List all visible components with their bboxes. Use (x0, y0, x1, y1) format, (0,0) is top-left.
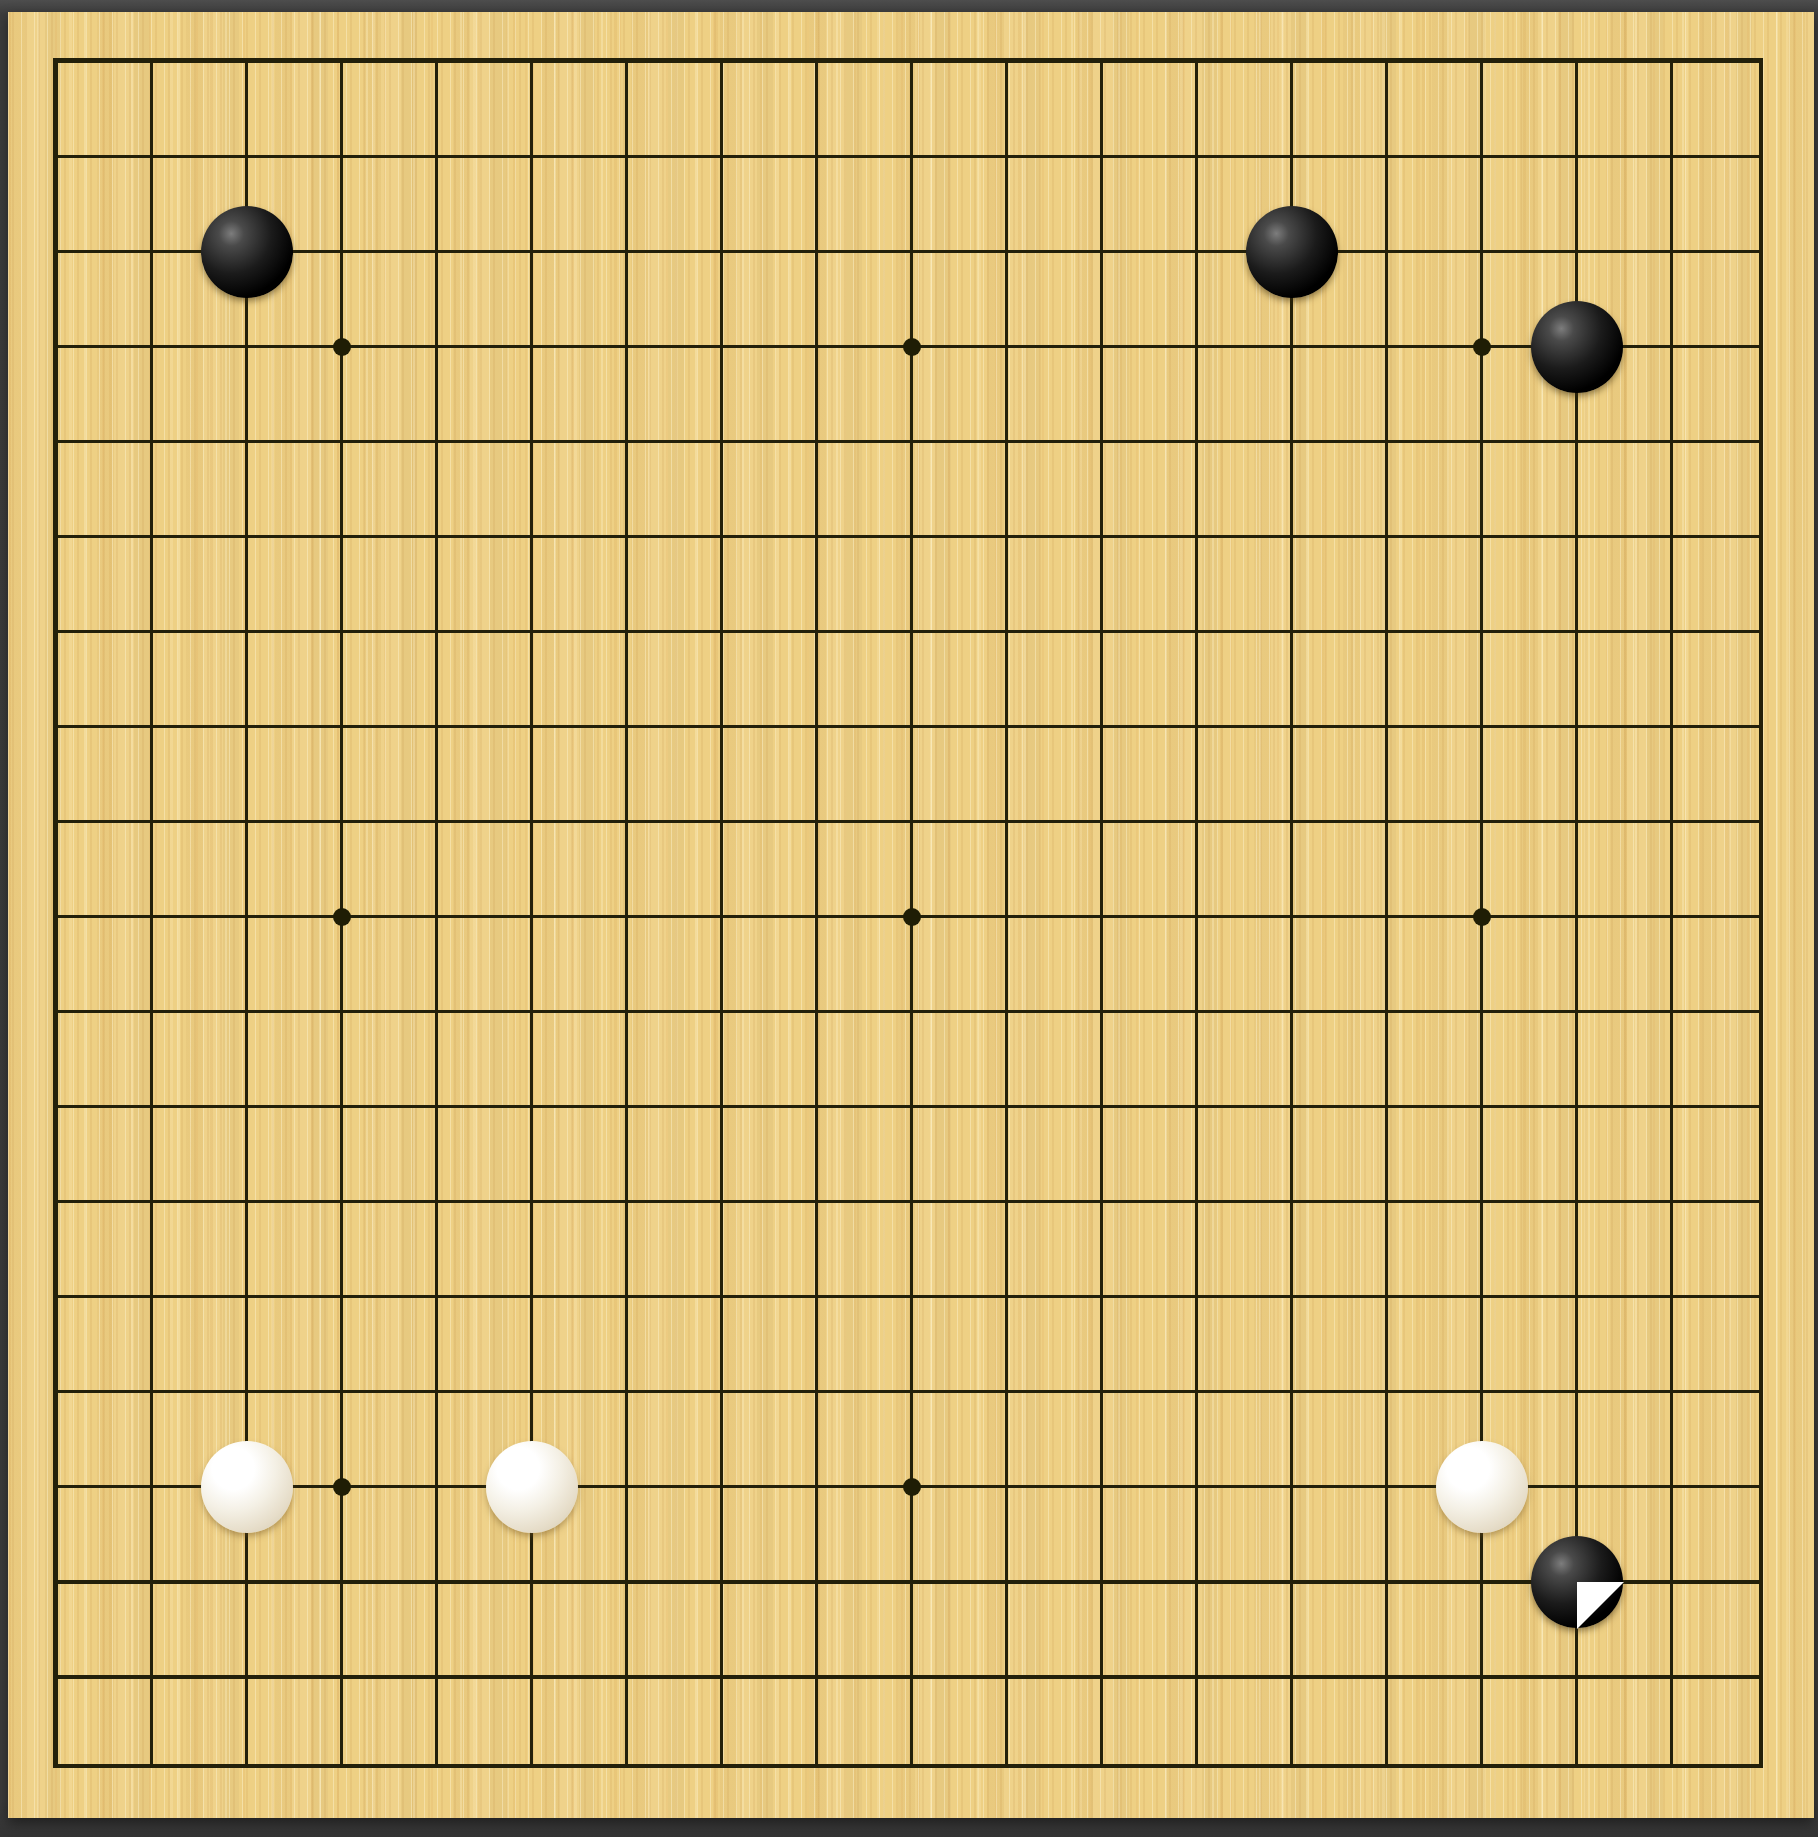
intersection[interactable] (770, 775, 865, 870)
intersection[interactable] (675, 1630, 770, 1725)
intersection[interactable] (10, 1725, 105, 1820)
intersection[interactable] (295, 490, 390, 585)
intersection[interactable] (1530, 300, 1625, 395)
intersection[interactable] (865, 585, 960, 680)
intersection[interactable] (960, 680, 1055, 775)
intersection[interactable] (1720, 490, 1815, 585)
intersection[interactable] (485, 680, 580, 775)
intersection[interactable] (105, 1535, 200, 1630)
intersection[interactable] (390, 15, 485, 110)
intersection[interactable] (1530, 395, 1625, 490)
intersection[interactable] (1530, 965, 1625, 1060)
intersection[interactable] (1625, 1630, 1720, 1725)
intersection[interactable] (1435, 110, 1530, 205)
intersection[interactable] (295, 585, 390, 680)
intersection[interactable] (960, 870, 1055, 965)
intersection[interactable] (485, 775, 580, 870)
intersection[interactable] (105, 775, 200, 870)
intersection[interactable] (485, 1250, 580, 1345)
intersection[interactable] (295, 1725, 390, 1820)
intersection[interactable] (675, 1155, 770, 1250)
intersection[interactable] (105, 1155, 200, 1250)
intersection[interactable] (770, 1345, 865, 1440)
intersection[interactable] (1435, 15, 1530, 110)
intersection[interactable] (960, 1535, 1055, 1630)
intersection[interactable] (960, 1250, 1055, 1345)
intersection[interactable] (770, 490, 865, 585)
intersection[interactable] (1435, 1345, 1530, 1440)
intersection[interactable] (1340, 205, 1435, 300)
intersection[interactable] (1625, 1725, 1720, 1820)
intersection[interactable] (675, 585, 770, 680)
intersection[interactable] (1150, 965, 1245, 1060)
intersection[interactable] (295, 1630, 390, 1725)
intersection[interactable] (1245, 395, 1340, 490)
intersection[interactable] (960, 1155, 1055, 1250)
intersection[interactable] (295, 300, 390, 395)
intersection[interactable] (1055, 1250, 1150, 1345)
intersection[interactable] (295, 1155, 390, 1250)
intersection[interactable] (390, 1630, 485, 1725)
intersection[interactable] (105, 585, 200, 680)
intersection[interactable] (675, 1250, 770, 1345)
intersection[interactable] (1245, 1155, 1340, 1250)
intersection[interactable] (675, 680, 770, 775)
intersection[interactable] (1720, 110, 1815, 205)
intersection[interactable] (1055, 965, 1150, 1060)
intersection[interactable] (1150, 680, 1245, 775)
intersection[interactable] (295, 1345, 390, 1440)
intersection[interactable] (295, 775, 390, 870)
intersection[interactable] (390, 395, 485, 490)
intersection[interactable] (865, 1060, 960, 1155)
intersection[interactable] (105, 490, 200, 585)
intersection[interactable] (200, 15, 295, 110)
intersection[interactable] (10, 490, 105, 585)
intersection[interactable] (485, 965, 580, 1060)
intersection[interactable] (105, 1630, 200, 1725)
intersection[interactable] (1720, 1060, 1815, 1155)
intersection[interactable] (960, 1725, 1055, 1820)
intersection[interactable] (1245, 775, 1340, 870)
intersection[interactable] (200, 1345, 295, 1440)
intersection[interactable] (1625, 1345, 1720, 1440)
intersection[interactable] (1435, 1535, 1530, 1630)
intersection[interactable] (580, 205, 675, 300)
intersection[interactable] (960, 110, 1055, 205)
intersection[interactable] (1245, 1535, 1340, 1630)
intersection[interactable] (865, 1250, 960, 1345)
intersection[interactable] (1435, 1630, 1530, 1725)
intersection[interactable] (295, 15, 390, 110)
intersection[interactable] (1720, 775, 1815, 870)
intersection[interactable] (1055, 1630, 1150, 1725)
intersection[interactable] (105, 1345, 200, 1440)
intersection[interactable] (960, 965, 1055, 1060)
intersection[interactable] (1530, 205, 1625, 300)
intersection[interactable] (770, 1250, 865, 1345)
intersection[interactable] (1720, 680, 1815, 775)
intersection[interactable] (675, 870, 770, 965)
intersection[interactable] (105, 395, 200, 490)
intersection[interactable] (485, 1060, 580, 1155)
intersection[interactable] (865, 300, 960, 395)
intersection[interactable] (1435, 395, 1530, 490)
intersection[interactable] (485, 1155, 580, 1250)
intersection[interactable] (1625, 490, 1720, 585)
intersection[interactable] (10, 110, 105, 205)
intersection[interactable] (580, 395, 675, 490)
intersection[interactable] (1340, 300, 1435, 395)
intersection[interactable] (1245, 205, 1340, 300)
intersection[interactable] (390, 680, 485, 775)
intersection[interactable] (1530, 1630, 1625, 1725)
intersection[interactable] (1150, 15, 1245, 110)
intersection[interactable] (1530, 1725, 1625, 1820)
intersection[interactable] (200, 490, 295, 585)
intersection[interactable] (10, 1345, 105, 1440)
intersection[interactable] (1720, 870, 1815, 965)
intersection[interactable] (1720, 395, 1815, 490)
intersection[interactable] (675, 1060, 770, 1155)
intersection[interactable] (960, 15, 1055, 110)
intersection[interactable] (1435, 680, 1530, 775)
intersection[interactable] (770, 300, 865, 395)
intersection[interactable] (1245, 680, 1340, 775)
intersection[interactable] (1245, 1345, 1340, 1440)
intersection[interactable] (200, 395, 295, 490)
intersection[interactable] (960, 1345, 1055, 1440)
intersection[interactable] (960, 585, 1055, 680)
intersection[interactable] (10, 870, 105, 965)
intersection[interactable] (770, 680, 865, 775)
intersection[interactable] (1340, 110, 1435, 205)
intersection[interactable] (1245, 1060, 1340, 1155)
intersection[interactable] (770, 1155, 865, 1250)
intersection[interactable] (1530, 680, 1625, 775)
intersection[interactable] (1435, 965, 1530, 1060)
intersection[interactable] (580, 585, 675, 680)
intersection[interactable] (485, 1440, 580, 1535)
intersection[interactable] (390, 1535, 485, 1630)
intersection[interactable] (770, 1535, 865, 1630)
intersection[interactable] (960, 1060, 1055, 1155)
intersection[interactable] (580, 15, 675, 110)
intersection[interactable] (580, 490, 675, 585)
intersection[interactable] (675, 15, 770, 110)
intersection[interactable] (10, 395, 105, 490)
intersection[interactable] (1055, 110, 1150, 205)
intersection[interactable] (1150, 490, 1245, 585)
intersection[interactable] (865, 1440, 960, 1535)
intersection[interactable] (1150, 1060, 1245, 1155)
intersection[interactable] (1530, 110, 1625, 205)
intersection[interactable] (1435, 205, 1530, 300)
intersection[interactable] (10, 1155, 105, 1250)
intersection[interactable] (1435, 1060, 1530, 1155)
intersection[interactable] (1150, 870, 1245, 965)
intersection[interactable] (770, 1440, 865, 1535)
intersection[interactable] (1340, 680, 1435, 775)
intersection[interactable] (1720, 1250, 1815, 1345)
intersection[interactable] (1720, 1440, 1815, 1535)
intersection[interactable] (580, 300, 675, 395)
intersection[interactable] (10, 775, 105, 870)
intersection[interactable] (10, 1630, 105, 1725)
intersection[interactable] (1055, 1440, 1150, 1535)
intersection[interactable] (1055, 585, 1150, 680)
intersection[interactable] (580, 775, 675, 870)
intersection[interactable] (200, 680, 295, 775)
intersection[interactable] (200, 585, 295, 680)
intersection[interactable] (1720, 205, 1815, 300)
intersection[interactable] (200, 1440, 295, 1535)
intersection[interactable] (295, 1535, 390, 1630)
intersection[interactable] (1720, 1345, 1815, 1440)
intersection[interactable] (1530, 1060, 1625, 1155)
intersection[interactable] (1245, 1440, 1340, 1535)
intersection[interactable] (770, 1060, 865, 1155)
intersection[interactable] (960, 395, 1055, 490)
intersection[interactable] (675, 1725, 770, 1820)
intersection[interactable] (1530, 1250, 1625, 1345)
intersection[interactable] (1435, 300, 1530, 395)
intersection[interactable] (865, 775, 960, 870)
intersection[interactable] (1245, 1630, 1340, 1725)
intersection[interactable] (1625, 1250, 1720, 1345)
intersection[interactable] (1435, 870, 1530, 965)
intersection[interactable] (1340, 490, 1435, 585)
intersection[interactable] (485, 1630, 580, 1725)
intersection[interactable] (10, 1440, 105, 1535)
intersection[interactable] (200, 110, 295, 205)
intersection[interactable] (1245, 490, 1340, 585)
intersection[interactable] (1340, 965, 1435, 1060)
intersection[interactable] (200, 1250, 295, 1345)
intersection[interactable] (105, 1725, 200, 1820)
intersection[interactable] (770, 1725, 865, 1820)
intersection[interactable] (675, 205, 770, 300)
intersection[interactable] (675, 1535, 770, 1630)
intersection[interactable] (390, 1725, 485, 1820)
intersection[interactable] (580, 965, 675, 1060)
intersection[interactable] (770, 870, 865, 965)
intersection[interactable] (390, 110, 485, 205)
intersection[interactable] (675, 1440, 770, 1535)
intersection[interactable] (1340, 1155, 1435, 1250)
intersection[interactable] (770, 110, 865, 205)
intersection[interactable] (1340, 15, 1435, 110)
intersection[interactable] (390, 1060, 485, 1155)
intersection[interactable] (960, 205, 1055, 300)
intersection[interactable] (1435, 1250, 1530, 1345)
intersection[interactable] (1435, 1725, 1530, 1820)
intersection[interactable] (485, 585, 580, 680)
intersection[interactable] (200, 205, 295, 300)
intersection[interactable] (1530, 490, 1625, 585)
intersection[interactable] (865, 15, 960, 110)
intersection[interactable] (1150, 300, 1245, 395)
intersection[interactable] (1625, 965, 1720, 1060)
intersection[interactable] (10, 680, 105, 775)
intersection[interactable] (1150, 1440, 1245, 1535)
intersection[interactable] (675, 965, 770, 1060)
intersection[interactable] (1530, 15, 1625, 110)
intersection[interactable] (390, 1155, 485, 1250)
intersection[interactable] (675, 300, 770, 395)
intersection[interactable] (390, 1440, 485, 1535)
intersection[interactable] (1340, 1060, 1435, 1155)
intersection[interactable] (390, 1250, 485, 1345)
intersection[interactable] (10, 965, 105, 1060)
intersection[interactable] (1055, 1535, 1150, 1630)
intersection[interactable] (105, 870, 200, 965)
intersection[interactable] (675, 110, 770, 205)
intersection[interactable] (390, 300, 485, 395)
intersection[interactable] (580, 110, 675, 205)
intersection[interactable] (390, 965, 485, 1060)
intersection[interactable] (960, 1630, 1055, 1725)
intersection[interactable] (675, 490, 770, 585)
intersection[interactable] (390, 775, 485, 870)
intersection[interactable] (1720, 965, 1815, 1060)
intersection[interactable] (1150, 1725, 1245, 1820)
intersection[interactable] (1340, 1630, 1435, 1725)
intersection[interactable] (1055, 1345, 1150, 1440)
intersection[interactable] (1340, 395, 1435, 490)
intersection[interactable] (1055, 680, 1150, 775)
intersection[interactable] (1245, 870, 1340, 965)
intersection[interactable] (485, 110, 580, 205)
intersection[interactable] (295, 965, 390, 1060)
intersection[interactable] (390, 1345, 485, 1440)
intersection[interactable] (105, 110, 200, 205)
intersection[interactable] (200, 300, 295, 395)
intersection[interactable] (1625, 15, 1720, 110)
intersection[interactable] (10, 300, 105, 395)
intersection[interactable] (200, 870, 295, 965)
intersection[interactable] (10, 1535, 105, 1630)
intersection[interactable] (200, 1060, 295, 1155)
intersection[interactable] (1435, 1155, 1530, 1250)
intersection[interactable] (865, 490, 960, 585)
intersection[interactable] (200, 775, 295, 870)
intersection[interactable] (1150, 1630, 1245, 1725)
intersection[interactable] (960, 775, 1055, 870)
intersection[interactable] (865, 965, 960, 1060)
intersection[interactable] (675, 775, 770, 870)
intersection[interactable] (1625, 300, 1720, 395)
intersection[interactable] (1340, 585, 1435, 680)
intersection[interactable] (485, 1345, 580, 1440)
intersection[interactable] (675, 1345, 770, 1440)
intersection[interactable] (390, 585, 485, 680)
intersection[interactable] (1150, 110, 1245, 205)
intersection[interactable] (1530, 1155, 1625, 1250)
intersection[interactable] (1625, 1535, 1720, 1630)
intersection[interactable] (1055, 15, 1150, 110)
intersection[interactable] (1055, 775, 1150, 870)
intersection[interactable] (1150, 1535, 1245, 1630)
intersection[interactable] (10, 1060, 105, 1155)
intersection[interactable] (485, 300, 580, 395)
intersection[interactable] (1150, 585, 1245, 680)
intersection[interactable] (580, 680, 675, 775)
intersection[interactable] (1340, 1250, 1435, 1345)
intersection[interactable] (1720, 15, 1815, 110)
intersection[interactable] (1435, 1440, 1530, 1535)
intersection[interactable] (1340, 775, 1435, 870)
intersection[interactable] (770, 965, 865, 1060)
intersection[interactable] (1530, 870, 1625, 965)
intersection[interactable] (10, 1250, 105, 1345)
intersection[interactable] (1245, 585, 1340, 680)
intersection[interactable] (1340, 1345, 1435, 1440)
intersection[interactable] (200, 1725, 295, 1820)
intersection[interactable] (770, 1630, 865, 1725)
intersection[interactable] (295, 395, 390, 490)
intersection[interactable] (1625, 775, 1720, 870)
intersection[interactable] (1150, 1250, 1245, 1345)
intersection[interactable] (865, 1345, 960, 1440)
intersection[interactable] (1055, 1060, 1150, 1155)
intersection[interactable] (1530, 1345, 1625, 1440)
intersection[interactable] (1720, 1725, 1815, 1820)
intersection[interactable] (1720, 1155, 1815, 1250)
intersection[interactable] (1245, 15, 1340, 110)
intersection[interactable] (1340, 1440, 1435, 1535)
intersection[interactable] (580, 1630, 675, 1725)
intersection[interactable] (1340, 1535, 1435, 1630)
intersection[interactable] (1245, 965, 1340, 1060)
intersection[interactable] (390, 870, 485, 965)
intersection[interactable] (770, 395, 865, 490)
intersection[interactable] (1435, 775, 1530, 870)
intersection[interactable] (1625, 1440, 1720, 1535)
intersection[interactable] (1625, 1155, 1720, 1250)
intersection[interactable] (1625, 680, 1720, 775)
intersection[interactable] (1150, 205, 1245, 300)
intersection[interactable] (105, 680, 200, 775)
intersection[interactable] (865, 1630, 960, 1725)
intersection[interactable] (580, 1725, 675, 1820)
intersection[interactable] (485, 870, 580, 965)
intersection[interactable] (1340, 870, 1435, 965)
intersection[interactable] (295, 870, 390, 965)
intersection[interactable] (105, 15, 200, 110)
intersection[interactable] (1625, 395, 1720, 490)
intersection[interactable] (200, 965, 295, 1060)
intersection[interactable] (10, 15, 105, 110)
intersection[interactable] (1530, 585, 1625, 680)
intersection[interactable] (485, 490, 580, 585)
intersection[interactable] (200, 1535, 295, 1630)
intersection[interactable] (1150, 775, 1245, 870)
intersection[interactable] (865, 1535, 960, 1630)
intersection[interactable] (105, 965, 200, 1060)
intersection[interactable] (865, 680, 960, 775)
intersection[interactable] (865, 1725, 960, 1820)
intersection[interactable] (295, 205, 390, 300)
intersection[interactable] (1150, 395, 1245, 490)
intersection[interactable] (1055, 300, 1150, 395)
intersection[interactable] (485, 205, 580, 300)
intersection[interactable] (770, 585, 865, 680)
intersection[interactable] (1625, 585, 1720, 680)
intersection[interactable] (770, 15, 865, 110)
intersection[interactable] (1055, 395, 1150, 490)
intersection[interactable] (10, 205, 105, 300)
